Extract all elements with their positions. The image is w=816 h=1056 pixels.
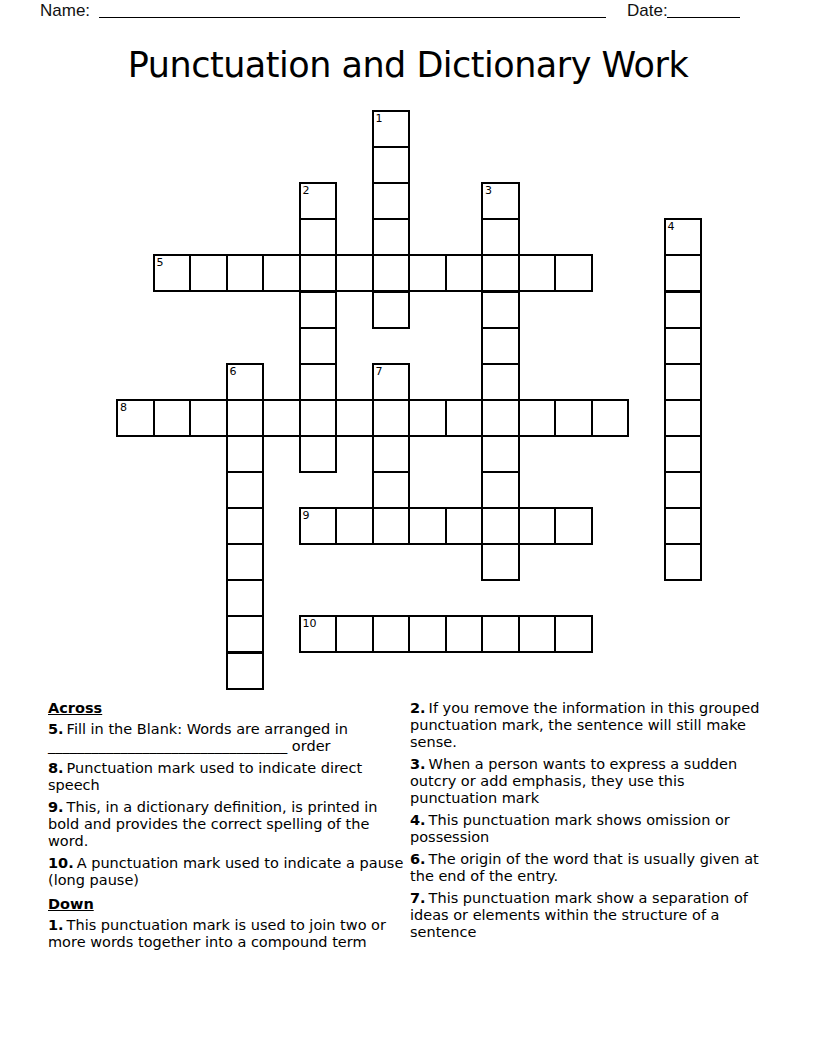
clue-number-label: 5. xyxy=(48,721,64,737)
grid-cell[interactable] xyxy=(664,399,703,437)
grid-cell[interactable] xyxy=(335,399,374,437)
grid-cell[interactable] xyxy=(518,615,557,653)
grid-cell[interactable] xyxy=(445,507,484,545)
grid-cell[interactable] xyxy=(226,579,265,617)
clue-text: Fill in the Blank: Words are arranged in… xyxy=(48,721,348,754)
clue-number: 1 xyxy=(376,112,383,125)
grid-cell[interactable] xyxy=(664,543,703,581)
grid-cell[interactable] xyxy=(335,254,374,292)
grid-cell[interactable] xyxy=(299,363,338,401)
grid-cell[interactable] xyxy=(335,615,374,653)
clue-text: If you remove the information in this gr… xyxy=(410,700,759,750)
clue-number-label: 3. xyxy=(410,756,426,772)
grid-cell[interactable] xyxy=(408,399,447,437)
grid-cell[interactable] xyxy=(372,182,411,220)
grid-cell[interactable] xyxy=(153,399,192,437)
down-heading: Down xyxy=(48,896,406,913)
grid-cell[interactable] xyxy=(445,615,484,653)
grid-cell[interactable] xyxy=(262,399,301,437)
grid-cell[interactable]: 9 xyxy=(299,507,338,545)
grid-cell[interactable] xyxy=(664,471,703,509)
grid-cell[interactable] xyxy=(554,254,593,292)
grid-cell[interactable] xyxy=(554,507,593,545)
grid-cell[interactable] xyxy=(481,291,520,329)
clue-number: 10 xyxy=(303,617,317,630)
grid-cell[interactable] xyxy=(481,327,520,365)
clue-7-down: 7.This punctuation mark show a separatio… xyxy=(410,890,770,941)
grid-cell[interactable] xyxy=(226,507,265,545)
clue-number: 4 xyxy=(668,220,675,233)
grid-cell[interactable] xyxy=(591,399,630,437)
grid-cell[interactable] xyxy=(664,291,703,329)
clue-4-down: 4.This punctuation mark shows omission o… xyxy=(410,812,770,846)
grid-cell[interactable] xyxy=(262,254,301,292)
grid-cell[interactable] xyxy=(226,615,265,653)
grid-cell[interactable] xyxy=(408,615,447,653)
grid-cell[interactable]: 2 xyxy=(299,182,338,220)
grid-cell[interactable] xyxy=(518,507,557,545)
clue-number-label: 7. xyxy=(410,890,426,906)
clue-number-label: 10. xyxy=(48,855,74,871)
clue-text: This punctuation mark shows omission or … xyxy=(410,812,730,845)
clue-10-across: 10.A punctuation mark used to indicate a… xyxy=(48,855,406,889)
grid-cell[interactable]: 6 xyxy=(226,363,265,401)
grid-cell[interactable] xyxy=(481,363,520,401)
grid-cell[interactable] xyxy=(518,399,557,437)
clues-column-left: Across 5.Fill in the Blank: Words are ar… xyxy=(48,700,406,956)
grid-cell[interactable] xyxy=(372,218,411,256)
clue-text: This, in a dictionary definition, is pri… xyxy=(48,799,377,849)
grid-cell[interactable] xyxy=(226,543,265,581)
clue-number: 3 xyxy=(485,184,492,197)
grid-cell[interactable] xyxy=(299,291,338,329)
clue-number-label: 2. xyxy=(410,700,426,716)
grid-cell[interactable] xyxy=(481,471,520,509)
grid-cell[interactable] xyxy=(372,399,411,437)
clue-number: 8 xyxy=(120,401,127,414)
clue-5-across: 5.Fill in the Blank: Words are arranged … xyxy=(48,721,406,755)
crossword-grid: 12345678910 xyxy=(0,0,816,700)
clue-number: 6 xyxy=(230,365,237,378)
grid-cell[interactable] xyxy=(481,543,520,581)
across-heading: Across xyxy=(48,700,406,717)
grid-cell[interactable] xyxy=(481,218,520,256)
grid-cell[interactable] xyxy=(226,254,265,292)
grid-cell[interactable] xyxy=(299,435,338,473)
grid-cell[interactable] xyxy=(226,399,265,437)
clues-column-right: 2.If you remove the information in this … xyxy=(410,700,770,946)
grid-cell[interactable] xyxy=(372,291,411,329)
worksheet-page: { "game": "crossword", "header": { "name… xyxy=(0,0,816,1056)
grid-cell[interactable] xyxy=(481,435,520,473)
clue-number-label: 6. xyxy=(410,851,426,867)
grid-cell[interactable]: 4 xyxy=(664,218,703,256)
clue-6-down: 6.The origin of the word that is usually… xyxy=(410,851,770,885)
grid-cell[interactable]: 8 xyxy=(116,399,155,437)
grid-cell[interactable] xyxy=(445,254,484,292)
grid-cell[interactable] xyxy=(408,507,447,545)
grid-cell[interactable]: 5 xyxy=(153,254,192,292)
clue-number: 9 xyxy=(303,509,310,522)
grid-cell[interactable] xyxy=(481,254,520,292)
grid-cell[interactable] xyxy=(372,507,411,545)
clue-3-down: 3.When a person wants to express a sudde… xyxy=(410,756,770,807)
grid-cell[interactable] xyxy=(372,615,411,653)
grid-cell[interactable]: 3 xyxy=(481,182,520,220)
clue-number-label: 1. xyxy=(48,917,64,933)
grid-cell[interactable] xyxy=(664,327,703,365)
clue-8-across: 8.Punctuation mark used to indicate dire… xyxy=(48,760,406,794)
grid-cell[interactable]: 1 xyxy=(372,110,411,148)
clue-number: 2 xyxy=(303,184,310,197)
grid-cell[interactable] xyxy=(554,399,593,437)
clue-text: The origin of the word that is usually g… xyxy=(410,851,759,884)
clue-text: This punctuation mark is used to join tw… xyxy=(48,917,386,950)
grid-cell[interactable] xyxy=(299,399,338,437)
grid-cell[interactable] xyxy=(299,218,338,256)
grid-cell[interactable] xyxy=(226,471,265,509)
grid-cell[interactable] xyxy=(481,507,520,545)
grid-cell[interactable] xyxy=(189,254,228,292)
grid-cell[interactable] xyxy=(372,435,411,473)
grid-cell[interactable] xyxy=(226,652,265,690)
clue-2-down: 2.If you remove the information in this … xyxy=(410,700,770,751)
grid-cell[interactable]: 7 xyxy=(372,363,411,401)
clue-number: 5 xyxy=(157,256,164,269)
grid-cell[interactable]: 10 xyxy=(299,615,338,653)
grid-cell[interactable] xyxy=(664,507,703,545)
clue-text: Punctuation mark used to indicate direct… xyxy=(48,760,362,793)
grid-cell[interactable] xyxy=(664,435,703,473)
grid-cell[interactable] xyxy=(372,254,411,292)
clue-number-label: 8. xyxy=(48,760,64,776)
grid-cell[interactable] xyxy=(226,435,265,473)
grid-cell[interactable] xyxy=(664,254,703,292)
clue-1-down: 1.This punctuation mark is used to join … xyxy=(48,917,406,951)
grid-cell[interactable] xyxy=(445,399,484,437)
clue-number-label: 9. xyxy=(48,799,64,815)
grid-cell[interactable] xyxy=(372,471,411,509)
grid-cell[interactable] xyxy=(335,507,374,545)
grid-cell[interactable] xyxy=(481,399,520,437)
grid-cell[interactable] xyxy=(408,254,447,292)
clue-number: 7 xyxy=(376,365,383,378)
clue-text: This punctuation mark show a separation … xyxy=(410,890,748,940)
grid-cell[interactable] xyxy=(664,363,703,401)
grid-cell[interactable] xyxy=(372,146,411,184)
grid-cell[interactable] xyxy=(518,254,557,292)
clue-text: A punctuation mark used to indicate a pa… xyxy=(48,855,403,888)
clue-number-label: 4. xyxy=(410,812,426,828)
grid-cell[interactable] xyxy=(299,327,338,365)
grid-cell[interactable] xyxy=(481,615,520,653)
grid-cell[interactable] xyxy=(554,615,593,653)
grid-cell[interactable] xyxy=(189,399,228,437)
clue-9-across: 9.This, in a dictionary definition, is p… xyxy=(48,799,406,850)
clue-text: When a person wants to express a sudden … xyxy=(410,756,737,806)
grid-cell[interactable] xyxy=(299,254,338,292)
